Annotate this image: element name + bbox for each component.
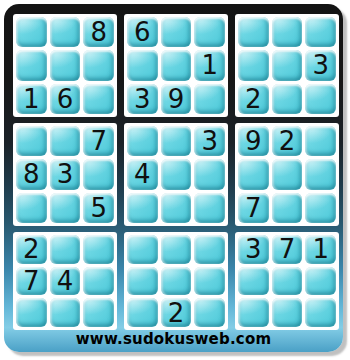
sudoku-cell-r9c2[interactable]	[50, 298, 81, 327]
sudoku-cell-r3c8[interactable]	[272, 84, 303, 114]
sudoku-cell-r1c2[interactable]	[50, 17, 81, 47]
board-frame: 8166139327835349272742371 www.sudokusweb…	[4, 4, 343, 352]
sudoku-cell-r5c5[interactable]	[161, 159, 192, 189]
sudoku-cell-r3c1[interactable]: 1	[16, 84, 47, 114]
sudoku-cell-r6c7[interactable]: 7	[238, 193, 269, 223]
sudoku-cell-r1c4[interactable]: 6	[127, 17, 158, 47]
sudoku-box-2-2: 34	[124, 123, 228, 226]
sudoku-cell-r7c1[interactable]: 2	[16, 235, 47, 264]
sudoku-cell-r7c2[interactable]	[50, 235, 81, 264]
sudoku-cell-r9c7[interactable]	[238, 298, 269, 327]
sudoku-cell-r1c7[interactable]	[238, 17, 269, 47]
sudoku-cell-r3c4[interactable]: 3	[127, 84, 158, 114]
sudoku-cell-r9c6[interactable]	[194, 298, 225, 327]
sudoku-cell-r2c3[interactable]	[83, 50, 114, 80]
sudoku-cell-r9c4[interactable]	[127, 298, 158, 327]
sudoku-cell-r3c6[interactable]	[194, 84, 225, 114]
sudoku-cell-r9c5[interactable]: 2	[161, 298, 192, 327]
sudoku-cell-r8c8[interactable]	[272, 267, 303, 296]
sudoku-cell-r6c8[interactable]	[272, 193, 303, 223]
sudoku-box-3-3: 371	[235, 232, 339, 330]
sudoku-cell-r5c7[interactable]	[238, 159, 269, 189]
sudoku-box-2-3: 927	[235, 123, 339, 226]
sudoku-cell-r2c7[interactable]	[238, 50, 269, 80]
sudoku-cell-r2c8[interactable]	[272, 50, 303, 80]
sudoku-cell-r6c1[interactable]	[16, 193, 47, 223]
sudoku-cell-r2c1[interactable]	[16, 50, 47, 80]
sudoku-box-1-2: 6139	[124, 14, 228, 117]
sudoku-cell-r1c5[interactable]	[161, 17, 192, 47]
sudoku-cell-r7c5[interactable]	[161, 235, 192, 264]
sudoku-cell-r5c1[interactable]: 8	[16, 159, 47, 189]
sudoku-box-3-2: 2	[124, 232, 228, 330]
sudoku-cell-r8c9[interactable]	[305, 267, 336, 296]
sudoku-cell-r5c8[interactable]	[272, 159, 303, 189]
sudoku-cell-r7c3[interactable]	[83, 235, 114, 264]
sudoku-cell-r4c1[interactable]	[16, 126, 47, 156]
sudoku-cell-r8c7[interactable]	[238, 267, 269, 296]
sudoku-cell-r5c2[interactable]: 3	[50, 159, 81, 189]
sudoku-cell-r2c6[interactable]: 1	[194, 50, 225, 80]
sudoku-cell-r2c5[interactable]	[161, 50, 192, 80]
sudoku-cell-r6c3[interactable]: 5	[83, 193, 114, 223]
sudoku-cell-r1c3[interactable]: 8	[83, 17, 114, 47]
sudoku-cell-r8c6[interactable]	[194, 267, 225, 296]
sudoku-cell-r1c9[interactable]	[305, 17, 336, 47]
sudoku-box-3-1: 274	[13, 232, 117, 330]
sudoku-cell-r5c6[interactable]	[194, 159, 225, 189]
sudoku-cell-r4c8[interactable]: 2	[272, 126, 303, 156]
sudoku-cell-r3c9[interactable]	[305, 84, 336, 114]
sudoku-cell-r8c3[interactable]	[83, 267, 114, 296]
sudoku-cell-r4c6[interactable]: 3	[194, 126, 225, 156]
sudoku-box-2-1: 7835	[13, 123, 117, 226]
sudoku-cell-r4c3[interactable]: 7	[83, 126, 114, 156]
sudoku-cell-r4c5[interactable]	[161, 126, 192, 156]
sudoku-cell-r8c1[interactable]: 7	[16, 267, 47, 296]
sudoku-cell-r2c2[interactable]	[50, 50, 81, 80]
sudoku-cell-r2c4[interactable]	[127, 50, 158, 80]
sudoku-cell-r1c8[interactable]	[272, 17, 303, 47]
sudoku-cell-r1c6[interactable]	[194, 17, 225, 47]
sudoku-cell-r3c7[interactable]: 2	[238, 84, 269, 114]
sudoku-cell-r9c8[interactable]	[272, 298, 303, 327]
sudoku-cell-r3c5[interactable]: 9	[161, 84, 192, 114]
sudoku-cell-r3c3[interactable]	[83, 84, 114, 114]
sudoku-cell-r5c9[interactable]	[305, 159, 336, 189]
sudoku-cell-r6c6[interactable]	[194, 193, 225, 223]
sudoku-cell-r6c2[interactable]	[50, 193, 81, 223]
sudoku-page: 8166139327835349272742371 www.sudokusweb…	[0, 0, 350, 360]
sudoku-cell-r6c9[interactable]	[305, 193, 336, 223]
sudoku-cell-r4c2[interactable]	[50, 126, 81, 156]
sudoku-cell-r9c1[interactable]	[16, 298, 47, 327]
website-link[interactable]: www.sudokusweb.com	[4, 330, 343, 348]
sudoku-cell-r5c3[interactable]	[83, 159, 114, 189]
sudoku-cell-r8c2[interactable]: 4	[50, 267, 81, 296]
sudoku-board: 8166139327835349272742371	[13, 14, 339, 330]
sudoku-cell-r9c9[interactable]	[305, 298, 336, 327]
sudoku-cell-r4c7[interactable]: 9	[238, 126, 269, 156]
sudoku-box-1-1: 816	[13, 14, 117, 117]
sudoku-cell-r7c8[interactable]: 7	[272, 235, 303, 264]
sudoku-cell-r4c9[interactable]	[305, 126, 336, 156]
sudoku-cell-r7c4[interactable]	[127, 235, 158, 264]
sudoku-cell-r9c3[interactable]	[83, 298, 114, 327]
sudoku-cell-r8c5[interactable]	[161, 267, 192, 296]
sudoku-cell-r8c4[interactable]	[127, 267, 158, 296]
sudoku-cell-r3c2[interactable]: 6	[50, 84, 81, 114]
sudoku-cell-r6c5[interactable]	[161, 193, 192, 223]
sudoku-cell-r6c4[interactable]	[127, 193, 158, 223]
sudoku-cell-r1c1[interactable]	[16, 17, 47, 47]
sudoku-cell-r2c9[interactable]: 3	[305, 50, 336, 80]
sudoku-cell-r4c4[interactable]	[127, 126, 158, 156]
sudoku-cell-r7c7[interactable]: 3	[238, 235, 269, 264]
sudoku-cell-r5c4[interactable]: 4	[127, 159, 158, 189]
sudoku-cell-r7c6[interactable]	[194, 235, 225, 264]
sudoku-cell-r7c9[interactable]: 1	[305, 235, 336, 264]
sudoku-box-1-3: 32	[235, 14, 339, 117]
